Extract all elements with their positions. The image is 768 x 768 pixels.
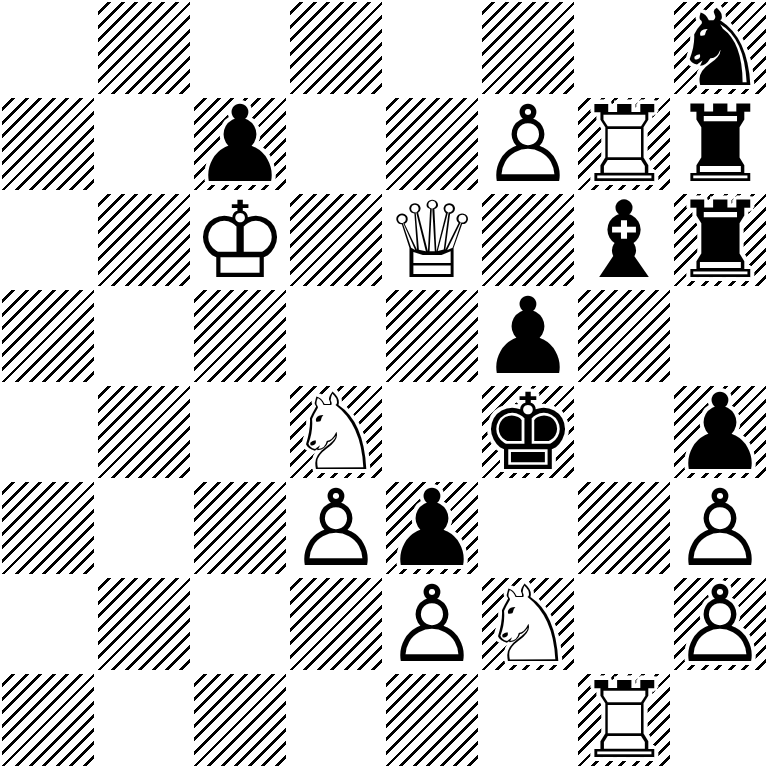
square-b8[interactable] bbox=[96, 0, 192, 96]
square-f2[interactable]: ♞♘ bbox=[480, 576, 576, 672]
chess-board: ♞♞♟♟♟♙♜♖♜♜♚♔♛♕♝♝♜♜♟♟♞♘♚♚♟♟♟♙♟♟♟♙♟♙♞♘♟♙♜♖ bbox=[0, 0, 768, 768]
square-h8[interactable]: ♞♞ bbox=[672, 0, 768, 96]
white-rook-underlay: ♜ bbox=[576, 96, 672, 192]
square-d6[interactable] bbox=[288, 192, 384, 288]
square-e2[interactable]: ♟♙ bbox=[384, 576, 480, 672]
square-a5[interactable] bbox=[0, 288, 96, 384]
square-c3[interactable] bbox=[192, 480, 288, 576]
square-d7[interactable] bbox=[288, 96, 384, 192]
square-h7[interactable]: ♜♜ bbox=[672, 96, 768, 192]
square-b2[interactable] bbox=[96, 576, 192, 672]
white-king: ♔ bbox=[192, 192, 288, 288]
square-c2[interactable] bbox=[192, 576, 288, 672]
white-knight: ♘ bbox=[288, 384, 384, 480]
white-knight-underlay: ♞ bbox=[288, 384, 384, 480]
square-b7[interactable] bbox=[96, 96, 192, 192]
white-pawn: ♙ bbox=[672, 480, 768, 576]
square-c8[interactable] bbox=[192, 0, 288, 96]
black-knight: ♞ bbox=[672, 0, 768, 96]
square-h4[interactable]: ♟♟ bbox=[672, 384, 768, 480]
square-a4[interactable] bbox=[0, 384, 96, 480]
white-rook-underlay: ♜ bbox=[576, 672, 672, 768]
square-d3[interactable]: ♟♙ bbox=[288, 480, 384, 576]
square-f6[interactable] bbox=[480, 192, 576, 288]
black-pawn: ♟ bbox=[480, 288, 576, 384]
square-c4[interactable] bbox=[192, 384, 288, 480]
white-pawn: ♙ bbox=[672, 576, 768, 672]
square-e7[interactable] bbox=[384, 96, 480, 192]
black-pawn-underlay: ♟ bbox=[480, 288, 576, 384]
white-pawn: ♙ bbox=[288, 480, 384, 576]
black-pawn-underlay: ♟ bbox=[384, 480, 480, 576]
black-pawn-underlay: ♟ bbox=[672, 384, 768, 480]
square-f4[interactable]: ♚♚ bbox=[480, 384, 576, 480]
square-e1[interactable] bbox=[384, 672, 480, 768]
black-rook-underlay: ♜ bbox=[672, 192, 768, 288]
white-pawn-underlay: ♟ bbox=[288, 480, 384, 576]
square-f3[interactable] bbox=[480, 480, 576, 576]
square-h3[interactable]: ♟♙ bbox=[672, 480, 768, 576]
square-e3[interactable]: ♟♟ bbox=[384, 480, 480, 576]
square-d8[interactable] bbox=[288, 0, 384, 96]
square-b5[interactable] bbox=[96, 288, 192, 384]
square-f1[interactable] bbox=[480, 672, 576, 768]
square-h2[interactable]: ♟♙ bbox=[672, 576, 768, 672]
black-rook: ♜ bbox=[672, 192, 768, 288]
white-rook: ♖ bbox=[576, 672, 672, 768]
white-rook: ♖ bbox=[576, 96, 672, 192]
square-a3[interactable] bbox=[0, 480, 96, 576]
white-queen-underlay: ♛ bbox=[384, 192, 480, 288]
square-a6[interactable] bbox=[0, 192, 96, 288]
square-g3[interactable] bbox=[576, 480, 672, 576]
black-pawn: ♟ bbox=[672, 384, 768, 480]
square-g4[interactable] bbox=[576, 384, 672, 480]
square-d5[interactable] bbox=[288, 288, 384, 384]
square-c5[interactable] bbox=[192, 288, 288, 384]
white-pawn-underlay: ♟ bbox=[672, 480, 768, 576]
square-g5[interactable] bbox=[576, 288, 672, 384]
square-e6[interactable]: ♛♕ bbox=[384, 192, 480, 288]
square-d2[interactable] bbox=[288, 576, 384, 672]
white-queen: ♕ bbox=[384, 192, 480, 288]
black-bishop: ♝ bbox=[576, 192, 672, 288]
black-king: ♚ bbox=[480, 384, 576, 480]
white-pawn-underlay: ♟ bbox=[384, 576, 480, 672]
square-c1[interactable] bbox=[192, 672, 288, 768]
square-g1[interactable]: ♜♖ bbox=[576, 672, 672, 768]
square-c6[interactable]: ♚♔ bbox=[192, 192, 288, 288]
square-b4[interactable] bbox=[96, 384, 192, 480]
square-h6[interactable]: ♜♜ bbox=[672, 192, 768, 288]
white-king-underlay: ♚ bbox=[192, 192, 288, 288]
square-g2[interactable] bbox=[576, 576, 672, 672]
white-pawn: ♙ bbox=[480, 96, 576, 192]
square-h1[interactable] bbox=[672, 672, 768, 768]
square-f7[interactable]: ♟♙ bbox=[480, 96, 576, 192]
square-e8[interactable] bbox=[384, 0, 480, 96]
square-b6[interactable] bbox=[96, 192, 192, 288]
white-pawn-underlay: ♟ bbox=[672, 576, 768, 672]
black-pawn: ♟ bbox=[384, 480, 480, 576]
square-f5[interactable]: ♟♟ bbox=[480, 288, 576, 384]
square-d4[interactable]: ♞♘ bbox=[288, 384, 384, 480]
black-knight-underlay: ♞ bbox=[672, 0, 768, 96]
black-pawn: ♟ bbox=[192, 96, 288, 192]
square-a1[interactable] bbox=[0, 672, 96, 768]
square-a2[interactable] bbox=[0, 576, 96, 672]
square-c7[interactable]: ♟♟ bbox=[192, 96, 288, 192]
white-knight-underlay: ♞ bbox=[480, 576, 576, 672]
white-pawn: ♙ bbox=[384, 576, 480, 672]
black-pawn-underlay: ♟ bbox=[192, 96, 288, 192]
square-a7[interactable] bbox=[0, 96, 96, 192]
square-g7[interactable]: ♜♖ bbox=[576, 96, 672, 192]
white-knight: ♘ bbox=[480, 576, 576, 672]
square-g8[interactable] bbox=[576, 0, 672, 96]
black-bishop-underlay: ♝ bbox=[576, 192, 672, 288]
black-king-underlay: ♚ bbox=[480, 384, 576, 480]
square-h5[interactable] bbox=[672, 288, 768, 384]
square-f8[interactable] bbox=[480, 0, 576, 96]
black-rook: ♜ bbox=[672, 96, 768, 192]
square-e4[interactable] bbox=[384, 384, 480, 480]
square-d1[interactable] bbox=[288, 672, 384, 768]
square-e5[interactable] bbox=[384, 288, 480, 384]
white-pawn-underlay: ♟ bbox=[480, 96, 576, 192]
square-g6[interactable]: ♝♝ bbox=[576, 192, 672, 288]
square-b3[interactable] bbox=[96, 480, 192, 576]
square-b1[interactable] bbox=[96, 672, 192, 768]
square-a8[interactable] bbox=[0, 0, 96, 96]
black-rook-underlay: ♜ bbox=[672, 96, 768, 192]
